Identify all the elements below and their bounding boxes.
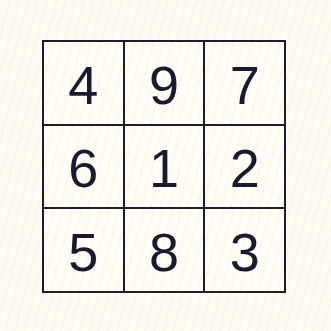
cell-value: 1 xyxy=(149,137,179,195)
cell-r3c2: 8 xyxy=(125,209,204,291)
cell-r1c1: 4 xyxy=(44,42,123,124)
cell-r3c1: 5 xyxy=(44,209,123,291)
cell-value: 8 xyxy=(149,221,179,279)
number-grid-board: 4 9 7 6 1 2 5 8 3 xyxy=(42,40,286,293)
cell-value: 5 xyxy=(68,221,98,279)
cell-r3c3: 3 xyxy=(205,209,284,291)
cell-value: 7 xyxy=(230,54,260,112)
cell-r2c2: 1 xyxy=(125,126,204,208)
cell-r1c3: 7 xyxy=(205,42,284,124)
cell-value: 6 xyxy=(68,137,98,195)
cell-r2c3: 2 xyxy=(205,126,284,208)
cell-r1c2: 9 xyxy=(125,42,204,124)
cell-value: 3 xyxy=(230,221,260,279)
cell-value: 4 xyxy=(68,54,98,112)
cell-value: 9 xyxy=(149,54,179,112)
cell-r2c1: 6 xyxy=(44,126,123,208)
cell-value: 2 xyxy=(230,137,260,195)
